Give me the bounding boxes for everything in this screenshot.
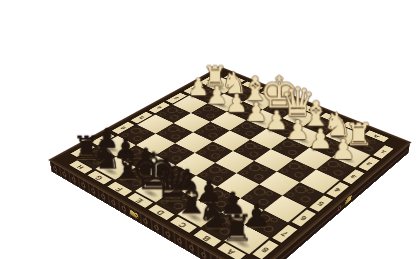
- white-pawn[interactable]: ♟: [330, 135, 358, 163]
- rank-label-right-7: 7: [271, 223, 300, 243]
- chess-board: HGFEDCBA1♜♞♝♚♛♝♞♜12♟♟♟♟♟♟♟♟2334455667♟♟♟…: [48, 66, 412, 259]
- brass-clasp-icon: [345, 194, 352, 205]
- black-rook[interactable]: ♜: [220, 210, 252, 247]
- brass-clasp-icon: [129, 209, 138, 219]
- board-grid: HGFEDCBA1♜♞♝♚♛♝♞♜12♟♟♟♟♟♟♟♟2334455667♟♟♟…: [57, 70, 404, 259]
- product-photo-scene: HGFEDCBA1♜♞♝♚♛♝♞♜12♟♟♟♟♟♟♟♟2334455667♟♟♟…: [0, 0, 420, 259]
